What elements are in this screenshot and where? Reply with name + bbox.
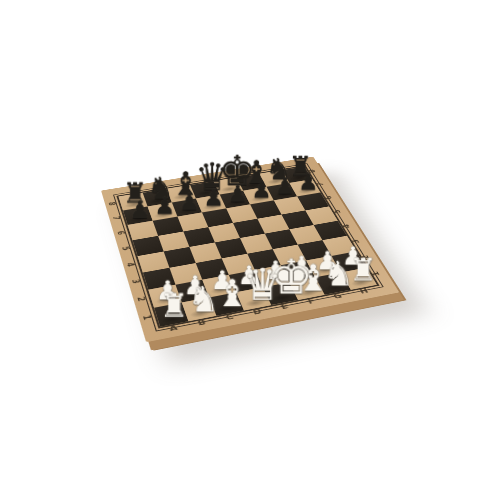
- square-c6[interactable]: [178, 213, 209, 232]
- square-a1[interactable]: ♜: [154, 303, 188, 327]
- black-pawn-f7[interactable]: ♟: [249, 179, 274, 202]
- board-scene: ♜♞♝♛♚♝♞♜♟♟♟♟♟♟♟♟♟♟♟♟♟♟♟♟♜♞♝♛♚♝♞♜ ABCDEFG…: [120, 118, 360, 358]
- square-e5[interactable]: [233, 219, 265, 238]
- board-grid[interactable]: ♜♞♝♛♚♝♞♜♟♟♟♟♟♟♟♟♟♟♟♟♟♟♟♟♜♞♝♛♚♝♞♜: [116, 165, 379, 328]
- rank-label-left-8: 8: [99, 198, 126, 210]
- chess-board[interactable]: ♜♞♝♛♚♝♞♜♟♟♟♟♟♟♟♟♟♟♟♟♟♟♟♟♜♞♝♛♚♝♞♜ ABCDEFG…: [101, 157, 399, 343]
- white-rook-a1[interactable]: ♜: [159, 290, 188, 322]
- black-pawn-d7[interactable]: ♟: [201, 186, 226, 209]
- white-knight-b1[interactable]: ♞: [188, 282, 217, 317]
- black-pawn-g7[interactable]: ♟: [273, 175, 298, 198]
- photo-canvas: ♜♞♝♛♚♝♞♜♟♟♟♟♟♟♟♟♟♟♟♟♟♟♟♟♜♞♝♛♚♝♞♜ ABCDEFG…: [0, 0, 500, 500]
- white-bishop-c1[interactable]: ♝: [215, 274, 244, 311]
- black-pawn-a7[interactable]: ♟: [127, 198, 152, 221]
- black-pawn-e7[interactable]: ♟: [225, 182, 250, 205]
- black-pawn-b7[interactable]: ♟: [152, 194, 177, 217]
- black-pawn-c7[interactable]: ♟: [177, 190, 202, 213]
